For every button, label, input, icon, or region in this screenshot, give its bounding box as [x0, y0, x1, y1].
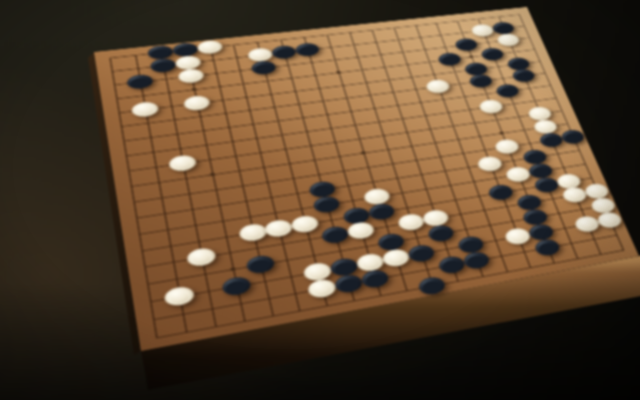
goban-photo: ●●○●○○●●○●●○●●○●●○○●●○●●●○○○○○●●●○●●○○●○… [0, 0, 640, 400]
white-stone[interactable]: ○ [163, 285, 195, 308]
white-stone[interactable]: ○ [177, 68, 205, 84]
star-point [191, 88, 197, 91]
black-stone[interactable]: ● [244, 254, 275, 275]
white-stone[interactable]: ○ [167, 154, 197, 173]
black-stone[interactable]: ● [149, 57, 177, 73]
white-stone[interactable]: ○ [182, 94, 211, 111]
white-stone[interactable]: ○ [130, 101, 159, 118]
black-stone[interactable]: ● [220, 275, 252, 297]
star-point [336, 71, 341, 74]
white-stone[interactable]: ○ [237, 222, 268, 242]
black-stone[interactable]: ● [126, 73, 154, 90]
white-stone[interactable]: ○ [196, 40, 223, 55]
scene: ●●○●○○●●○●●○●●○●●○○●●○●●●○○○○○●●●○●●○○●○… [0, 0, 640, 400]
white-stone[interactable]: ○ [185, 247, 216, 268]
